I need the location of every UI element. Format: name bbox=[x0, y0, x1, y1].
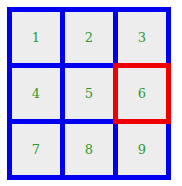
cell-1[interactable]: 1 bbox=[12, 12, 60, 63]
grid-board: 123456789 bbox=[7, 7, 171, 180]
cell-4[interactable]: 4 bbox=[12, 68, 60, 119]
cell-3[interactable]: 3 bbox=[118, 12, 166, 63]
cell-7[interactable]: 7 bbox=[12, 124, 60, 175]
cell-2[interactable]: 2 bbox=[65, 12, 113, 63]
cell-9[interactable]: 9 bbox=[118, 124, 166, 175]
cell-6-selected[interactable]: 6 bbox=[118, 68, 166, 119]
cell-5[interactable]: 5 bbox=[65, 68, 113, 119]
board-wrapper: 123456789 bbox=[0, 0, 182, 180]
cell-8[interactable]: 8 bbox=[65, 124, 113, 175]
